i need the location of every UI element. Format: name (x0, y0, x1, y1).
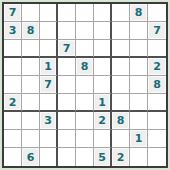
cell-r6c7-empty[interactable] (112, 94, 130, 112)
cell-r6c8-empty[interactable] (130, 94, 148, 112)
cell-r4c9-given: 2 (148, 58, 166, 76)
cell-r5c8-empty[interactable] (130, 76, 148, 94)
cell-r3c2-empty[interactable] (22, 40, 40, 58)
cell-r8c1-empty[interactable] (4, 130, 22, 148)
cell-r5c1-empty[interactable] (4, 76, 22, 94)
cell-r1c4-empty[interactable] (58, 4, 76, 22)
cell-r7c4-empty[interactable] (58, 112, 76, 130)
cell-r2c4-empty[interactable] (58, 22, 76, 40)
cell-r9c4-empty[interactable] (58, 148, 76, 166)
cell-r5c7-empty[interactable] (112, 76, 130, 94)
cell-r7c2-empty[interactable] (22, 112, 40, 130)
cell-r7c6-given: 2 (94, 112, 112, 130)
cell-r8c5-empty[interactable] (76, 130, 94, 148)
cell-r1c7-empty[interactable] (112, 4, 130, 22)
cell-r1c5-empty[interactable] (76, 4, 94, 22)
cell-r4c3-given: 1 (40, 58, 58, 76)
cell-r2c2-given: 8 (22, 22, 40, 40)
cell-r3c7-empty[interactable] (112, 40, 130, 58)
cell-r5c6-empty[interactable] (94, 76, 112, 94)
cell-r9c1-empty[interactable] (4, 148, 22, 166)
cell-r2c5-empty[interactable] (76, 22, 94, 40)
cell-r1c3-empty[interactable] (40, 4, 58, 22)
cell-r6c5-empty[interactable] (76, 94, 94, 112)
cell-r5c2-empty[interactable] (22, 76, 40, 94)
cell-r3c9-empty[interactable] (148, 40, 166, 58)
cell-r3c4-given: 7 (58, 40, 76, 58)
cell-r2c3-empty[interactable] (40, 22, 58, 40)
cell-r9c3-empty[interactable] (40, 148, 58, 166)
cell-r2c8-empty[interactable] (130, 22, 148, 40)
sudoku-board: 78387718278213281652 (2, 2, 168, 168)
cell-r7c8-empty[interactable] (130, 112, 148, 130)
cell-r4c6-empty[interactable] (94, 58, 112, 76)
cell-r3c1-empty[interactable] (4, 40, 22, 58)
cell-r8c3-empty[interactable] (40, 130, 58, 148)
cell-r6c2-empty[interactable] (22, 94, 40, 112)
cell-r9c8-empty[interactable] (130, 148, 148, 166)
cell-r9c6-given: 5 (94, 148, 112, 166)
cell-r2c1-given: 3 (4, 22, 22, 40)
cell-r5c3-given: 7 (40, 76, 58, 94)
sudoku-grid: 78387718278213281652 (4, 4, 166, 166)
cell-r6c9-empty[interactable] (148, 94, 166, 112)
cell-r7c1-empty[interactable] (4, 112, 22, 130)
cell-r5c9-given: 8 (148, 76, 166, 94)
cell-r6c6-given: 1 (94, 94, 112, 112)
cell-r6c3-empty[interactable] (40, 94, 58, 112)
cell-r1c2-empty[interactable] (22, 4, 40, 22)
cell-r8c4-empty[interactable] (58, 130, 76, 148)
cell-r4c5-given: 8 (76, 58, 94, 76)
cell-r1c6-empty[interactable] (94, 4, 112, 22)
cell-r3c8-empty[interactable] (130, 40, 148, 58)
cell-r3c6-empty[interactable] (94, 40, 112, 58)
cell-r4c2-empty[interactable] (22, 58, 40, 76)
cell-r7c9-empty[interactable] (148, 112, 166, 130)
cell-r4c4-empty[interactable] (58, 58, 76, 76)
cell-r4c1-empty[interactable] (4, 58, 22, 76)
cell-r8c9-empty[interactable] (148, 130, 166, 148)
cell-r3c3-empty[interactable] (40, 40, 58, 58)
cell-r7c5-empty[interactable] (76, 112, 94, 130)
cell-r6c1-given: 2 (4, 94, 22, 112)
cell-r7c3-given: 3 (40, 112, 58, 130)
cell-r2c6-empty[interactable] (94, 22, 112, 40)
cell-r2c9-given: 7 (148, 22, 166, 40)
cell-r4c8-empty[interactable] (130, 58, 148, 76)
cell-r8c7-empty[interactable] (112, 130, 130, 148)
cell-r4c7-empty[interactable] (112, 58, 130, 76)
cell-r2c7-empty[interactable] (112, 22, 130, 40)
cell-r7c7-given: 8 (112, 112, 130, 130)
cell-r6c4-empty[interactable] (58, 94, 76, 112)
cell-r9c9-empty[interactable] (148, 148, 166, 166)
cell-r1c8-given: 8 (130, 4, 148, 22)
cell-r9c7-given: 2 (112, 148, 130, 166)
cell-r1c1-given: 7 (4, 4, 22, 22)
cell-r5c4-empty[interactable] (58, 76, 76, 94)
cell-r3c5-empty[interactable] (76, 40, 94, 58)
cell-r9c2-given: 6 (22, 148, 40, 166)
cell-r8c2-empty[interactable] (22, 130, 40, 148)
cell-r8c8-given: 1 (130, 130, 148, 148)
cell-r8c6-empty[interactable] (94, 130, 112, 148)
cell-r1c9-empty[interactable] (148, 4, 166, 22)
cell-r5c5-empty[interactable] (76, 76, 94, 94)
cell-r9c5-empty[interactable] (76, 148, 94, 166)
